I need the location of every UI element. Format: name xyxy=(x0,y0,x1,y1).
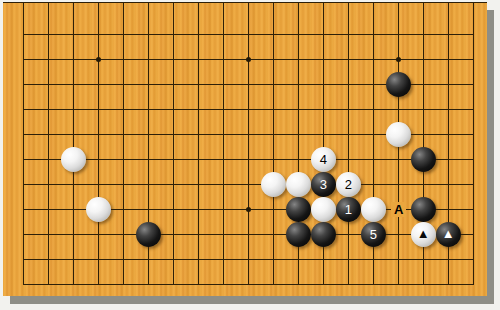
stone-black-M4 xyxy=(286,197,311,222)
move-number-label: 2 xyxy=(345,178,352,191)
stone-white-N6: 4 xyxy=(311,147,336,172)
move-number-label: 3 xyxy=(320,178,327,191)
stone-white-Q7 xyxy=(386,122,411,147)
star-point xyxy=(246,207,251,212)
stone-black-Q9 xyxy=(386,72,411,97)
triangle-marker-icon: ▲ xyxy=(417,227,430,241)
grid-hline xyxy=(23,259,474,260)
board-surface[interactable]: A43215▲▲ xyxy=(3,2,487,296)
grid-vline xyxy=(173,3,174,285)
star-point xyxy=(246,57,251,62)
star-point xyxy=(96,57,101,62)
grid-vline xyxy=(48,3,49,285)
stone-black-R6 xyxy=(411,147,436,172)
stone-black-N5: 3 xyxy=(311,172,336,197)
stone-black-P3: 5 xyxy=(361,222,386,247)
grid-hline xyxy=(23,234,474,235)
stone-white-O5: 2 xyxy=(336,172,361,197)
stone-black-R4 xyxy=(411,197,436,222)
stone-white-C6 xyxy=(61,147,86,172)
grid-vline xyxy=(23,3,24,285)
grid-vline xyxy=(198,3,199,285)
stone-black-O4: 1 xyxy=(336,197,361,222)
stone-white-D4 xyxy=(86,197,111,222)
go-diagram: A43215▲▲ xyxy=(0,0,500,310)
stone-white-R3: ▲ xyxy=(411,222,436,247)
point-label-A[interactable]: A xyxy=(391,202,406,217)
stone-white-P4 xyxy=(361,197,386,222)
move-number-label: 5 xyxy=(370,228,377,241)
grid-hline xyxy=(23,109,474,110)
stone-white-L5 xyxy=(261,172,286,197)
stone-white-M5 xyxy=(286,172,311,197)
grid-vline xyxy=(223,3,224,285)
grid-vline xyxy=(248,3,249,285)
grid-vline xyxy=(473,3,474,285)
grid-hline xyxy=(23,159,474,160)
stone-black-N3 xyxy=(311,222,336,247)
grid-vline xyxy=(348,3,349,285)
grid-hline xyxy=(23,34,474,35)
triangle-marker-icon: ▲ xyxy=(442,227,455,241)
grid-vline xyxy=(73,3,74,285)
stone-white-N4 xyxy=(311,197,336,222)
star-point xyxy=(396,57,401,62)
grid-vline xyxy=(98,3,99,285)
stone-black-M3 xyxy=(286,222,311,247)
grid-vline xyxy=(123,3,124,285)
grid-hline xyxy=(23,284,474,285)
move-number-label: 1 xyxy=(345,203,352,216)
stone-black-F3 xyxy=(136,222,161,247)
stone-black-S3: ▲ xyxy=(436,222,461,247)
grid-hline xyxy=(23,184,474,185)
move-number-label: 4 xyxy=(320,153,327,166)
grid-vline xyxy=(273,3,274,285)
